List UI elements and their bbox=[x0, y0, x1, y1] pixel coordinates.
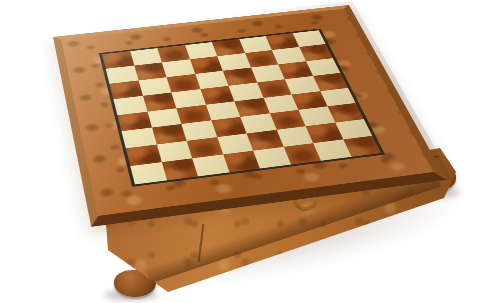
board-square[interactable] bbox=[130, 162, 166, 184]
chess-board-grid bbox=[102, 30, 381, 184]
board-border bbox=[99, 29, 385, 187]
scene bbox=[0, 0, 480, 303]
